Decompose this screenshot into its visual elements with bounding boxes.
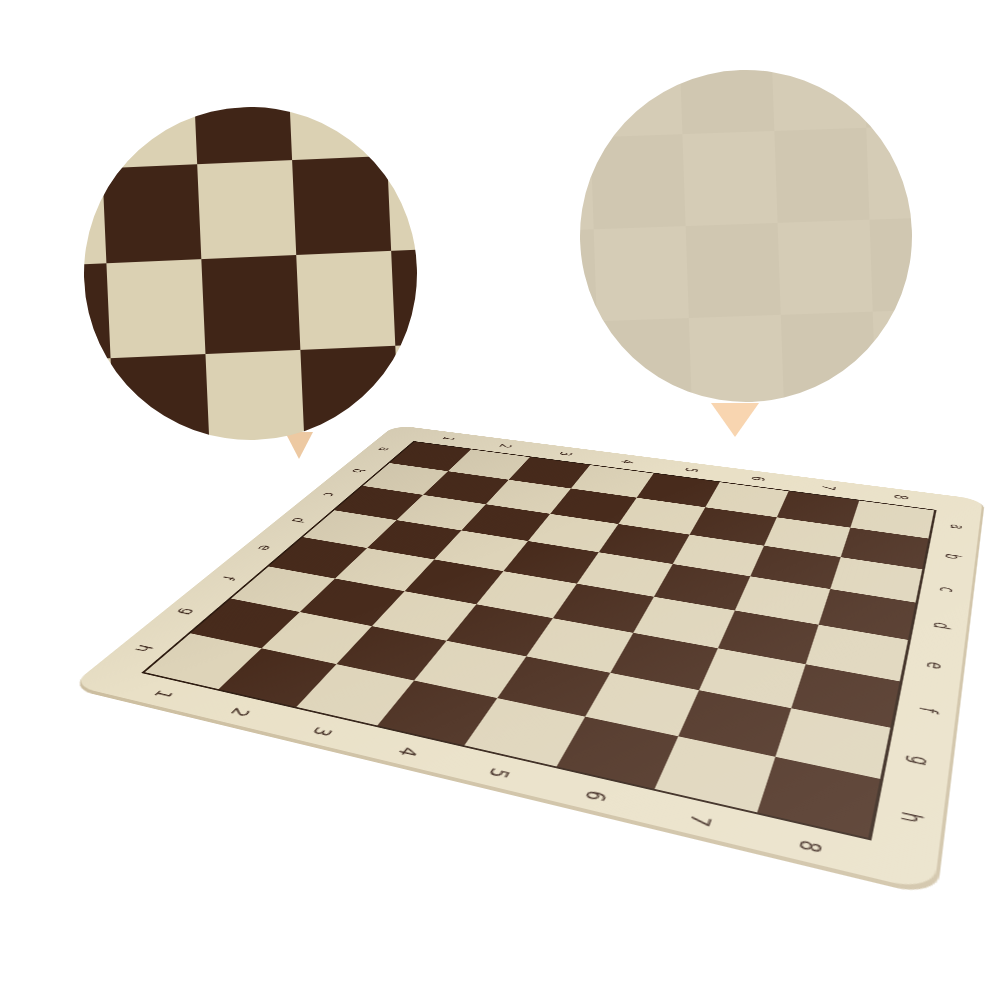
board-grid	[141, 441, 936, 841]
coord-bottom-5: 5	[462, 743, 535, 806]
board-mat: 11aa22bb33cc44dd55ee66ff77gg88hh	[68, 425, 985, 898]
coord-left-d: d	[262, 510, 337, 531]
zoom-inset-light-surface-closeup	[574, 64, 917, 407]
coord-bottom-2: 2	[200, 686, 278, 740]
coord-left-f: f	[188, 566, 269, 591]
coord-left-c: c	[294, 485, 366, 504]
coord-bottom-1: 1	[123, 670, 203, 721]
coord-left-b: b	[324, 462, 393, 480]
chess-board: 11aa22bb33cc44dd55ee66ff77gg88hh	[68, 425, 985, 898]
product-photo: 11aa22bb33cc44dd55ee66ff77gg88hh	[0, 0, 1002, 1002]
coord-bottom-7: 7	[665, 786, 732, 857]
zoom-inset-dark-squares-closeup	[77, 100, 424, 447]
coord-bottom-4: 4	[369, 723, 444, 783]
coord-bottom-3: 3	[282, 704, 359, 760]
coord-left-g: g	[146, 598, 231, 626]
coord-left-e: e	[226, 537, 304, 560]
coord-bottom-6: 6	[560, 764, 631, 831]
coord-top-8: 8	[882, 483, 919, 513]
inset-pointer-right	[711, 403, 759, 437]
inset-pointer-left	[285, 432, 313, 459]
coord-left-a: a	[351, 441, 417, 457]
coord-bottom-8: 8	[777, 810, 841, 885]
